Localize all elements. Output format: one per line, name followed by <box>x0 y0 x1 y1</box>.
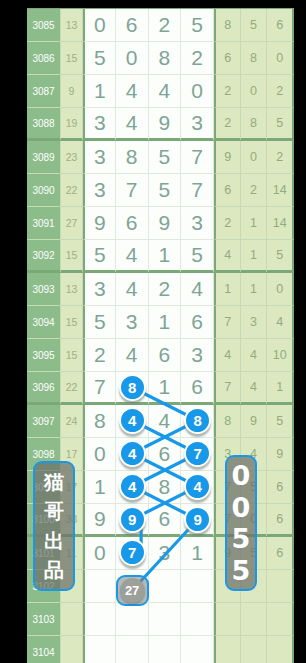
stat-cell-3101-r3: 6 <box>267 537 294 570</box>
issue-number-3103: 3103 <box>27 603 61 636</box>
stat-cell-3097-r2: 9 <box>241 405 268 438</box>
digit-cell-3102-c3 <box>149 570 182 603</box>
digit-cell-3094-c4: 6 <box>181 306 214 339</box>
digit-cell-3099-c1: 1 <box>83 471 116 504</box>
digit-cell-3092-c2: 4 <box>116 240 149 273</box>
issue-number-3093: 3093 <box>27 273 61 306</box>
digit-cell-3096-c4: 6 <box>181 372 214 405</box>
trend-circle-3100-c4: 9 <box>184 506 211 533</box>
stat-cell-3097-r1: 8 <box>214 405 241 438</box>
digit-cell-3089-c3: 5 <box>149 141 182 174</box>
digit-cell-3090-c3: 5 <box>149 174 182 207</box>
stat-cell-3096-r1: 7 <box>214 372 241 405</box>
digit-cell-3088-c3: 9 <box>149 108 182 141</box>
stat-cell-3087-r1: 2 <box>214 75 241 108</box>
digit-cell-3100-c1: 9 <box>83 504 116 537</box>
digit-cell-3093-c1: 3 <box>83 273 116 306</box>
watermark-char: 5 <box>232 557 251 584</box>
stat-cell-3087-r2: 0 <box>241 75 268 108</box>
stat-cell-3104-r1 <box>214 636 241 663</box>
digit-cell-3090-c4: 7 <box>181 174 214 207</box>
next-draw-badge-value: 27 <box>120 578 145 603</box>
trend-circle-3099-c4: 4 <box>184 473 211 500</box>
stat-cell-3091-r2: 1 <box>241 207 268 240</box>
stat-cell-3102-r3 <box>267 570 294 603</box>
issue-number-3088: 3088 <box>27 108 61 141</box>
sum-value-3096: 22 <box>61 372 83 405</box>
digit-cell-3101-c3: 3 <box>149 537 182 570</box>
issue-number-3087: 3087 <box>27 75 61 108</box>
sum-value-3087: 9 <box>61 75 83 108</box>
trend-circle-3096-c2: 8 <box>119 374 146 401</box>
stat-cell-3104-r3 <box>267 636 294 663</box>
trend-circle-3098-c2: 4 <box>119 440 146 467</box>
digit-cell-3088-c2: 4 <box>116 108 149 141</box>
digit-cell-3090-c1: 3 <box>83 174 116 207</box>
stat-cell-3099-r3: 6 <box>267 471 294 504</box>
lottery-trend-chart-screen: 3085130625856308615508268030879144020230… <box>0 0 306 663</box>
watermark-char: 5 <box>232 525 251 552</box>
digit-cell-3086-c3: 8 <box>149 42 182 75</box>
issue-number-3085: 3085 <box>27 9 61 42</box>
issue-number-3104: 3104 <box>27 636 61 663</box>
digit-cell-3104-c1 <box>83 636 116 663</box>
issue-number-3097: 3097 <box>27 405 61 438</box>
stat-cell-3088-r1: 2 <box>214 108 241 141</box>
digit-cell-3086-c1: 5 <box>83 42 116 75</box>
watermark-char: 出 <box>44 531 64 551</box>
digit-cell-3102-c1 <box>83 570 116 603</box>
stat-cell-3088-r3: 5 <box>267 108 294 141</box>
sum-value-3103 <box>61 603 83 636</box>
trend-circle-3097-c2: 4 <box>119 407 146 434</box>
digit-cell-3088-c4: 3 <box>181 108 214 141</box>
stat-cell-3098-r3: 9 <box>267 438 294 471</box>
stat-cell-3094-r2: 3 <box>241 306 268 339</box>
stat-cell-3088-r2: 8 <box>241 108 268 141</box>
stat-cell-3093-r3: 0 <box>267 273 294 306</box>
digit-cell-3097-c1: 8 <box>83 405 116 438</box>
sum-value-3088: 19 <box>61 108 83 141</box>
digit-cell-3095-c1: 2 <box>83 339 116 372</box>
issue-number-3092: 3092 <box>27 240 61 273</box>
digit-cell-3101-c4: 1 <box>181 537 214 570</box>
sum-value-3090: 22 <box>61 174 83 207</box>
issue-number-3095: 3095 <box>27 339 61 372</box>
stat-cell-3096-r2: 4 <box>241 372 268 405</box>
trend-circle-3098-c4: 7 <box>184 440 211 467</box>
trend-circle-3101-c2: 7 <box>119 539 146 566</box>
digit-cell-3091-c3: 9 <box>149 207 182 240</box>
digit-cell-3088-c1: 3 <box>83 108 116 141</box>
digit-cell-3092-c3: 1 <box>149 240 182 273</box>
stat-cell-3093-r2: 1 <box>241 273 268 306</box>
digit-cell-3104-c3 <box>149 636 182 663</box>
stat-cell-3103-r2 <box>241 603 268 636</box>
stat-cell-3092-r3: 5 <box>267 240 294 273</box>
stat-cell-3104-r2 <box>241 636 268 663</box>
digit-cell-3087-c2: 4 <box>116 75 149 108</box>
digit-cell-3089-c4: 7 <box>181 141 214 174</box>
stat-cell-3089-r1: 9 <box>214 141 241 174</box>
digit-cell-3094-c1: 5 <box>83 306 116 339</box>
digit-cell-3087-c1: 1 <box>83 75 116 108</box>
stat-cell-3090-r2: 2 <box>241 174 268 207</box>
digit-cell-3104-c2 <box>116 636 149 663</box>
stat-cell-3095-r3: 10 <box>267 339 294 372</box>
stat-cell-3086-r1: 6 <box>214 42 241 75</box>
sum-value-3085: 13 <box>61 9 83 42</box>
issue-number-3091: 3091 <box>27 207 61 240</box>
sum-value-3089: 23 <box>61 141 83 174</box>
digit-cell-3098-c1: 0 <box>83 438 116 471</box>
stat-cell-3090-r3: 14 <box>267 174 294 207</box>
stat-cell-3086-r3: 0 <box>267 42 294 75</box>
digit-cell-3085-c1: 0 <box>83 9 116 42</box>
digit-cell-3093-c4: 4 <box>181 273 214 306</box>
digit-cell-3095-c2: 4 <box>116 339 149 372</box>
digit-cell-3100-c3: 6 <box>149 504 182 537</box>
stat-cell-3092-r2: 1 <box>241 240 268 273</box>
digit-cell-3093-c2: 4 <box>116 273 149 306</box>
digit-cell-3091-c2: 6 <box>116 207 149 240</box>
stat-cell-3090-r1: 6 <box>214 174 241 207</box>
digit-cell-3103-c3 <box>149 603 182 636</box>
digit-cell-3092-c4: 5 <box>181 240 214 273</box>
digit-cell-3096-c3: 1 <box>149 372 182 405</box>
digit-cell-3089-c1: 3 <box>83 141 116 174</box>
sum-value-3104 <box>61 636 83 663</box>
stat-cell-3092-r1: 4 <box>214 240 241 273</box>
issue-number-3089: 3089 <box>27 141 61 174</box>
issue-number-3096: 3096 <box>27 372 61 405</box>
stat-cell-3091-r1: 2 <box>214 207 241 240</box>
issue-number-3086: 3086 <box>27 42 61 75</box>
watermark-char: 猫 <box>44 472 64 492</box>
digit-cell-3086-c2: 0 <box>116 42 149 75</box>
sum-value-3094: 15 <box>61 306 83 339</box>
issue-number-3094: 3094 <box>27 306 61 339</box>
digit-cell-3087-c3: 4 <box>149 75 182 108</box>
stat-cell-3089-r2: 0 <box>241 141 268 174</box>
watermark-char: 0 <box>232 494 251 521</box>
stat-cell-3093-r1: 1 <box>214 273 241 306</box>
stat-cell-3094-r1: 7 <box>214 306 241 339</box>
stat-cell-3103-r1 <box>214 603 241 636</box>
digit-cell-3098-c3: 6 <box>149 438 182 471</box>
digit-cell-3086-c4: 2 <box>181 42 214 75</box>
digit-cell-3089-c2: 8 <box>116 141 149 174</box>
stat-cell-3096-r3: 1 <box>267 372 294 405</box>
digit-cell-3095-c3: 6 <box>149 339 182 372</box>
digit-cell-3087-c4: 0 <box>181 75 214 108</box>
digit-cell-3103-c1 <box>83 603 116 636</box>
stat-cell-3087-r3: 2 <box>267 75 294 108</box>
stat-cell-3086-r2: 8 <box>241 42 268 75</box>
sum-value-3095: 15 <box>61 339 83 372</box>
digit-cell-3091-c4: 3 <box>181 207 214 240</box>
sum-value-3091: 27 <box>61 207 83 240</box>
digit-cell-3095-c4: 3 <box>181 339 214 372</box>
digit-cell-3085-c4: 5 <box>181 9 214 42</box>
sum-value-3092: 15 <box>61 240 83 273</box>
stat-cell-3085-r1: 8 <box>214 9 241 42</box>
digit-cell-3094-c3: 1 <box>149 306 182 339</box>
trend-circle-3100-c2: 9 <box>119 506 146 533</box>
digit-cell-3085-c2: 6 <box>116 9 149 42</box>
trend-circle-3099-c2: 4 <box>119 473 146 500</box>
stat-cell-3091-r3: 14 <box>267 207 294 240</box>
sum-value-3097: 24 <box>61 405 83 438</box>
digit-cell-3092-c1: 5 <box>83 240 116 273</box>
watermark-right: 0055 <box>225 455 257 591</box>
sum-value-3093: 13 <box>61 273 83 306</box>
stat-cell-3097-r3: 5 <box>267 405 294 438</box>
stat-cell-3089-r3: 2 <box>267 141 294 174</box>
stat-cell-3095-r1: 4 <box>214 339 241 372</box>
watermark-left: 猫哥出品 <box>33 461 75 591</box>
digit-cell-3085-c3: 2 <box>149 9 182 42</box>
digit-cell-3103-c2 <box>116 603 149 636</box>
stat-cell-3085-r3: 6 <box>267 9 294 42</box>
watermark-char: 0 <box>232 462 251 489</box>
issue-number-3090: 3090 <box>27 174 61 207</box>
stat-cell-3095-r2: 4 <box>241 339 268 372</box>
stat-cell-3094-r3: 4 <box>267 306 294 339</box>
digit-cell-3104-c4 <box>181 636 214 663</box>
digit-cell-3097-c3: 4 <box>149 405 182 438</box>
digit-cell-3093-c3: 2 <box>149 273 182 306</box>
stat-cell-3100-r3: 6 <box>267 504 294 537</box>
watermark-char: 品 <box>44 560 64 580</box>
digit-cell-3101-c1: 0 <box>83 537 116 570</box>
watermark-char: 哥 <box>44 501 64 521</box>
digit-cell-3090-c2: 7 <box>116 174 149 207</box>
digit-cell-3103-c4 <box>181 603 214 636</box>
sum-value-3086: 15 <box>61 42 83 75</box>
digit-cell-3096-c1: 7 <box>83 372 116 405</box>
digit-cell-3102-c4 <box>181 570 214 603</box>
trend-circle-3097-c4: 8 <box>184 407 211 434</box>
next-draw-badge: 27 <box>116 575 149 606</box>
digit-cell-3091-c1: 9 <box>83 207 116 240</box>
stat-cell-3085-r2: 5 <box>241 9 268 42</box>
digit-cell-3099-c3: 8 <box>149 471 182 504</box>
stat-cell-3103-r3 <box>267 603 294 636</box>
digit-cell-3094-c2: 3 <box>116 306 149 339</box>
